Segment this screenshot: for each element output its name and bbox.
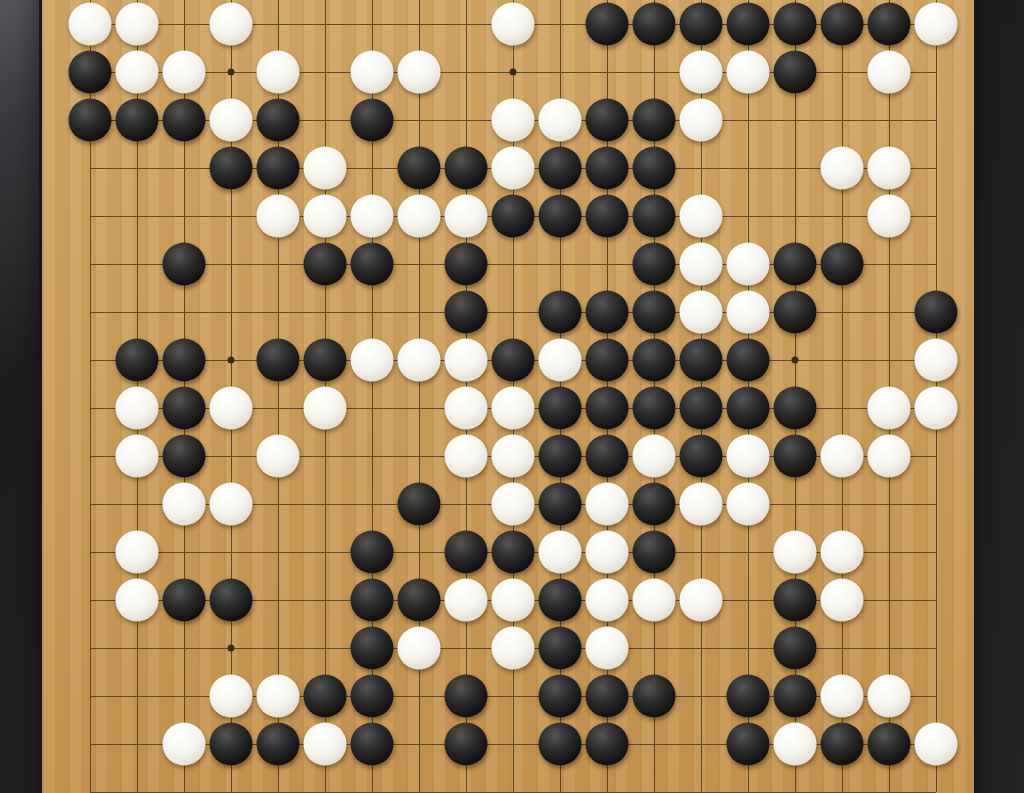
black-stone: [633, 339, 676, 382]
white-stone: [586, 531, 629, 574]
black-stone: [680, 387, 723, 430]
black-stone: [351, 99, 394, 142]
black-stone: [351, 723, 394, 766]
black-stone: [163, 387, 206, 430]
white-stone: [210, 675, 253, 718]
black-stone: [680, 3, 723, 46]
black-stone: [774, 243, 817, 286]
white-stone: [116, 435, 159, 478]
black-stone: [69, 99, 112, 142]
white-stone: [915, 723, 958, 766]
black-stone: [539, 147, 582, 190]
black-stone: [304, 675, 347, 718]
black-stone: [821, 243, 864, 286]
white-stone: [915, 387, 958, 430]
white-stone: [868, 147, 911, 190]
black-stone: [445, 147, 488, 190]
white-stone: [680, 195, 723, 238]
white-stone: [304, 147, 347, 190]
white-stone: [445, 579, 488, 622]
white-stone: [116, 579, 159, 622]
star-point: [792, 357, 799, 364]
black-stone: [586, 291, 629, 334]
white-stone: [445, 339, 488, 382]
white-stone: [304, 387, 347, 430]
black-stone: [492, 531, 535, 574]
black-stone: [539, 483, 582, 526]
white-stone: [586, 483, 629, 526]
black-stone: [163, 579, 206, 622]
white-stone: [445, 387, 488, 430]
black-stone: [257, 147, 300, 190]
black-stone: [868, 3, 911, 46]
white-stone: [116, 3, 159, 46]
black-stone: [680, 339, 723, 382]
black-stone: [915, 291, 958, 334]
black-stone: [680, 435, 723, 478]
black-stone: [257, 339, 300, 382]
white-stone: [398, 195, 441, 238]
white-stone: [210, 387, 253, 430]
white-stone: [727, 51, 770, 94]
white-stone: [492, 627, 535, 670]
white-stone: [398, 51, 441, 94]
black-stone: [210, 723, 253, 766]
black-stone: [633, 3, 676, 46]
black-stone: [445, 531, 488, 574]
white-stone: [821, 531, 864, 574]
black-stone: [633, 483, 676, 526]
black-stone: [774, 291, 817, 334]
black-stone: [163, 435, 206, 478]
black-stone: [586, 195, 629, 238]
black-stone: [539, 723, 582, 766]
black-stone: [163, 243, 206, 286]
black-stone: [633, 531, 676, 574]
black-stone: [398, 579, 441, 622]
black-stone: [116, 99, 159, 142]
black-stone: [492, 195, 535, 238]
black-stone: [445, 291, 488, 334]
black-stone: [586, 3, 629, 46]
white-stone: [210, 483, 253, 526]
white-stone: [351, 51, 394, 94]
black-stone: [210, 147, 253, 190]
black-stone: [351, 675, 394, 718]
white-stone: [445, 195, 488, 238]
black-stone: [304, 339, 347, 382]
white-stone: [727, 243, 770, 286]
black-stone: [539, 675, 582, 718]
white-stone: [351, 195, 394, 238]
white-stone: [492, 3, 535, 46]
black-stone: [586, 147, 629, 190]
black-stone: [868, 723, 911, 766]
black-stone: [586, 723, 629, 766]
white-stone: [492, 99, 535, 142]
black-stone: [774, 627, 817, 670]
white-stone: [680, 51, 723, 94]
black-stone: [257, 723, 300, 766]
white-stone: [727, 435, 770, 478]
black-stone: [633, 387, 676, 430]
black-stone: [445, 723, 488, 766]
black-stone: [398, 483, 441, 526]
black-stone: [774, 387, 817, 430]
white-stone: [492, 387, 535, 430]
white-stone: [774, 531, 817, 574]
black-stone: [633, 243, 676, 286]
black-stone: [445, 675, 488, 718]
white-stone: [116, 387, 159, 430]
black-stone: [774, 3, 817, 46]
black-stone: [586, 675, 629, 718]
white-stone: [257, 51, 300, 94]
white-stone: [398, 627, 441, 670]
black-stone: [539, 627, 582, 670]
white-stone: [304, 723, 347, 766]
black-stone: [633, 147, 676, 190]
white-stone: [727, 483, 770, 526]
white-stone: [868, 387, 911, 430]
black-stone: [821, 723, 864, 766]
white-stone: [163, 51, 206, 94]
white-stone: [492, 579, 535, 622]
white-stone: [774, 723, 817, 766]
black-stone: [539, 291, 582, 334]
black-stone: [586, 387, 629, 430]
white-stone: [821, 675, 864, 718]
white-stone: [680, 483, 723, 526]
white-stone: [492, 435, 535, 478]
white-stone: [398, 339, 441, 382]
white-stone: [116, 531, 159, 574]
black-stone: [774, 579, 817, 622]
go-board: [42, 0, 974, 793]
black-stone: [539, 435, 582, 478]
white-stone: [868, 675, 911, 718]
black-stone: [398, 147, 441, 190]
black-stone: [351, 531, 394, 574]
white-stone: [257, 435, 300, 478]
black-stone: [774, 675, 817, 718]
black-stone: [586, 435, 629, 478]
black-stone: [727, 339, 770, 382]
white-stone: [821, 435, 864, 478]
white-stone: [915, 3, 958, 46]
white-stone: [633, 435, 676, 478]
white-stone: [445, 435, 488, 478]
white-stone: [633, 579, 676, 622]
black-stone: [351, 627, 394, 670]
white-stone: [915, 339, 958, 382]
star-point: [228, 357, 235, 364]
white-stone: [351, 339, 394, 382]
black-stone: [774, 51, 817, 94]
black-stone: [633, 675, 676, 718]
black-stone: [69, 51, 112, 94]
white-stone: [257, 675, 300, 718]
white-stone: [210, 99, 253, 142]
grid-line-vertical: [419, 0, 420, 792]
white-stone: [69, 3, 112, 46]
black-stone: [586, 339, 629, 382]
star-point: [228, 69, 235, 76]
white-stone: [868, 51, 911, 94]
white-stone: [163, 723, 206, 766]
black-stone: [539, 579, 582, 622]
black-stone: [492, 339, 535, 382]
black-stone: [774, 435, 817, 478]
black-stone: [586, 99, 629, 142]
white-stone: [868, 435, 911, 478]
white-stone: [821, 147, 864, 190]
black-stone: [116, 339, 159, 382]
star-point: [228, 645, 235, 652]
black-stone: [539, 195, 582, 238]
white-stone: [727, 291, 770, 334]
white-stone: [210, 3, 253, 46]
white-stone: [539, 531, 582, 574]
white-stone: [586, 579, 629, 622]
white-stone: [680, 99, 723, 142]
grid-line-vertical: [842, 0, 843, 792]
black-stone: [445, 243, 488, 286]
white-stone: [680, 579, 723, 622]
black-stone: [351, 579, 394, 622]
white-stone: [304, 195, 347, 238]
black-stone: [633, 195, 676, 238]
white-stone: [492, 483, 535, 526]
white-stone: [116, 51, 159, 94]
white-stone: [680, 291, 723, 334]
black-stone: [633, 99, 676, 142]
black-stone: [727, 3, 770, 46]
black-stone: [821, 3, 864, 46]
black-stone: [163, 99, 206, 142]
black-stone: [727, 387, 770, 430]
white-stone: [868, 195, 911, 238]
black-stone: [257, 99, 300, 142]
white-stone: [821, 579, 864, 622]
photo-background: { "game": "go", "board_size": 19, "note"…: [0, 0, 1024, 793]
black-stone: [304, 243, 347, 286]
black-stone: [727, 723, 770, 766]
star-point: [510, 69, 517, 76]
white-stone: [257, 195, 300, 238]
black-stone: [210, 579, 253, 622]
white-stone: [539, 339, 582, 382]
white-stone: [163, 483, 206, 526]
black-stone: [727, 675, 770, 718]
black-stone: [539, 387, 582, 430]
black-stone: [351, 243, 394, 286]
white-stone: [492, 147, 535, 190]
black-stone: [633, 291, 676, 334]
white-stone: [586, 627, 629, 670]
white-stone: [680, 243, 723, 286]
white-stone: [539, 99, 582, 142]
black-stone: [163, 339, 206, 382]
